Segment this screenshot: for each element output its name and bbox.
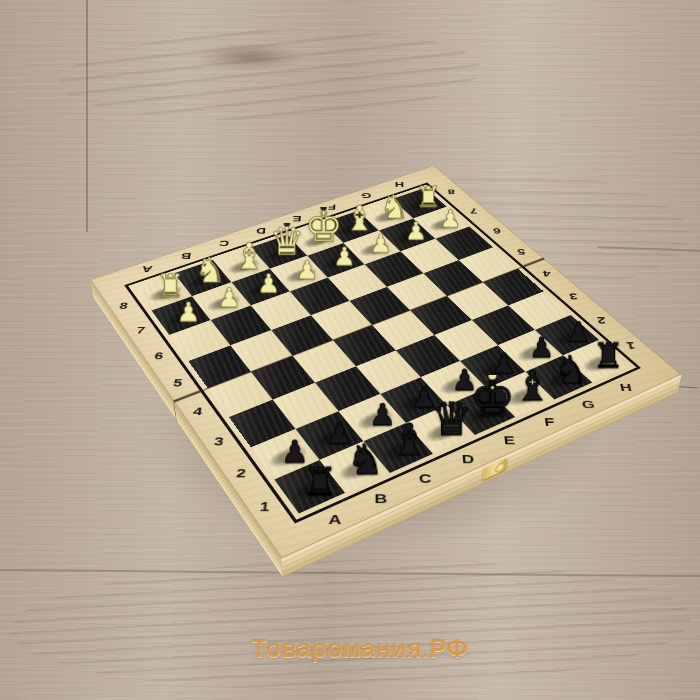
white-pawn-g7: ♟	[395, 220, 436, 244]
white-pawn-f7: ♟	[360, 232, 402, 256]
plank-joint	[86, 0, 88, 232]
file-label-near-A: A	[328, 512, 341, 528]
file-label-near-B: B	[374, 491, 387, 506]
rank-label-near-4: 4	[192, 404, 203, 417]
rank-label-near-3: 3	[213, 434, 224, 448]
black-knight-b1: ♞	[339, 440, 391, 479]
rank-label-near-5: 5	[172, 376, 183, 388]
white-pawn-b7: ♟	[207, 285, 251, 310]
royal-finial	[284, 220, 291, 227]
rank-label-near-1: 1	[259, 498, 270, 513]
file-label-near-G: G	[580, 398, 595, 411]
rank-label-far-4: 4	[542, 269, 552, 279]
rank-label-near-6: 6	[153, 349, 164, 361]
wood-knot	[195, 42, 305, 72]
white-pawn-c7: ♟	[247, 271, 291, 296]
royal-finial	[320, 204, 326, 210]
watermark-text: Товаромания.РФ	[190, 634, 530, 663]
rank-label-far-6: 6	[492, 226, 501, 235]
rank-label-near-8: 8	[118, 300, 129, 311]
royal-finial	[448, 394, 456, 402]
rank-label-near-2: 2	[235, 465, 246, 479]
royal-finial	[489, 372, 497, 380]
file-label-near-E: E	[502, 433, 515, 447]
rank-label-near-7: 7	[135, 324, 146, 335]
white-pawn-a7: ♟	[166, 300, 211, 326]
rank-label-far-5: 5	[516, 247, 525, 256]
file-label-near-C: C	[418, 471, 431, 486]
black-rook-a1: ♜	[294, 463, 347, 500]
file-label-near-F: F	[543, 415, 555, 428]
square-a1: ♜	[274, 460, 345, 513]
file-label-far-D: D	[255, 227, 266, 236]
rank-label-far-3: 3	[568, 291, 578, 301]
file-label-near-D: D	[461, 452, 474, 466]
white-pawn-e7: ♟	[323, 245, 365, 269]
white-pawn-d7: ♟	[286, 258, 329, 283]
photo-stage: ♜♞♝♛♚♝♞♜♟♟♟♟♟♟♟♟♟♟♟♟♟♟♟♟♜♞♝♛♚♝♞♜ 88AA77B…	[0, 0, 700, 700]
file-label-near-H: H	[618, 381, 632, 393]
